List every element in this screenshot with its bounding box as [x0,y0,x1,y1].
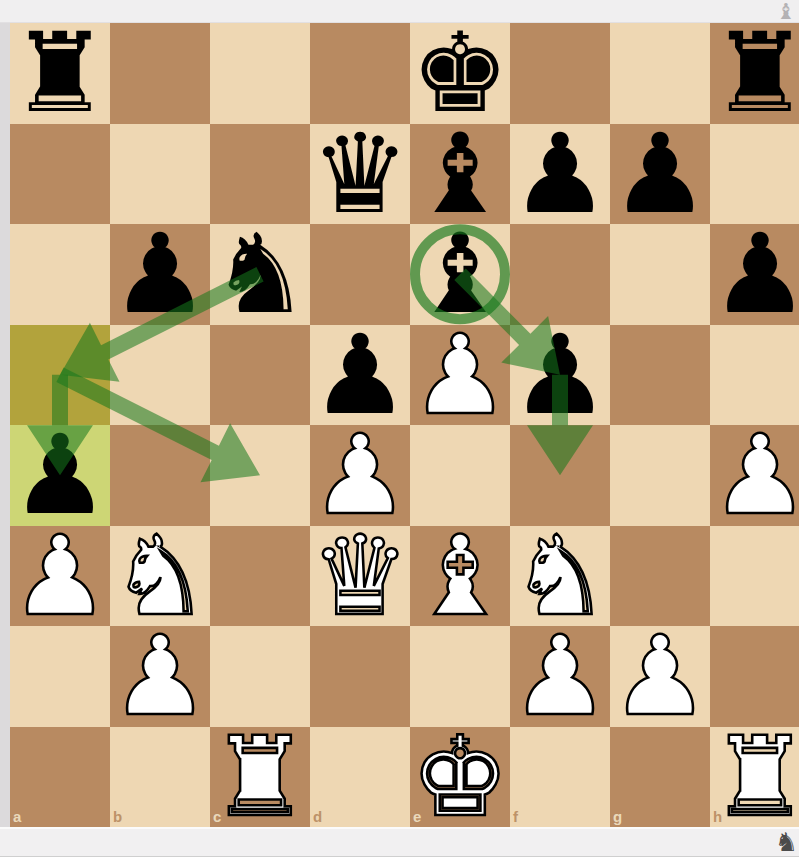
piece-black-pawn-h6[interactable]: ♟ [710,224,799,325]
square-e8[interactable]: ♚ [410,23,510,124]
bottom-bar: ♞ [0,827,799,857]
file-label-g: g [613,809,622,824]
square-a3[interactable]: ♟ [10,526,110,627]
square-d1[interactable]: d [310,727,410,828]
square-g6[interactable] [610,224,710,325]
square-a1[interactable]: a [10,727,110,828]
square-c4[interactable] [210,425,310,526]
piece-white-pawn-f2[interactable]: ♟ [510,626,610,727]
square-c3[interactable] [210,526,310,627]
square-f7[interactable]: ♟ [510,124,610,225]
square-d2[interactable] [310,626,410,727]
piece-black-pawn-f5[interactable]: ♟ [510,325,610,426]
piece-black-pawn-f7[interactable]: ♟ [510,124,610,225]
square-h1[interactable]: h♜ [710,727,799,828]
square-d5[interactable]: ♟ [310,325,410,426]
square-h8[interactable]: ♜ [710,23,799,124]
piece-white-pawn-d4[interactable]: ♟ [310,425,410,526]
square-h4[interactable]: ♟ [710,425,799,526]
piece-black-pawn-b6[interactable]: ♟ [110,224,210,325]
piece-white-knight-f3[interactable]: ♞ [510,526,610,627]
square-f4[interactable] [510,425,610,526]
square-d3[interactable]: ♛ [310,526,410,627]
piece-black-rook-a8[interactable]: ♜ [10,23,110,124]
square-g3[interactable] [610,526,710,627]
square-b3[interactable]: ♞ [110,526,210,627]
piece-white-pawn-b2[interactable]: ♟ [110,626,210,727]
square-h6[interactable]: ♟ [710,224,799,325]
square-a7[interactable] [10,124,110,225]
square-e3[interactable]: ♝ [410,526,510,627]
file-label-b: b [113,809,122,824]
square-b6[interactable]: ♟ [110,224,210,325]
square-g4[interactable] [610,425,710,526]
square-a2[interactable] [10,626,110,727]
chess-board[interactable]: ♜♚♜♛♝♟♟♟♞♝♟♟♟♟♟♟♟♟♞♛♝♞♟♟♟abc♜de♚fgh♜ [10,23,799,827]
square-h5[interactable] [710,325,799,426]
square-b4[interactable] [110,425,210,526]
square-e7[interactable]: ♝ [410,124,510,225]
square-g2[interactable]: ♟ [610,626,710,727]
piece-black-pawn-g7[interactable]: ♟ [610,124,710,225]
square-a6[interactable] [10,224,110,325]
bishop-icon: ♝ [776,1,796,22]
square-e6[interactable]: ♝ [410,224,510,325]
file-label-a: a [13,809,21,824]
piece-white-pawn-a3[interactable]: ♟ [10,526,110,627]
square-h3[interactable] [710,526,799,627]
piece-black-rook-h8[interactable]: ♜ [710,23,799,124]
square-c5[interactable] [210,325,310,426]
piece-black-king-e8[interactable]: ♚ [410,23,510,124]
square-c2[interactable] [210,626,310,727]
piece-black-queen-d7[interactable]: ♛ [310,124,410,225]
file-label-d: d [313,809,322,824]
piece-white-queen-d3[interactable]: ♛ [310,526,410,627]
top-bar: ♝ [0,0,799,23]
piece-white-pawn-h4[interactable]: ♟ [710,425,799,526]
square-c1[interactable]: c♜ [210,727,310,828]
square-h2[interactable] [710,626,799,727]
piece-white-bishop-e3[interactable]: ♝ [410,526,510,627]
square-b5[interactable] [110,325,210,426]
square-f5[interactable]: ♟ [510,325,610,426]
square-c8[interactable] [210,23,310,124]
square-g7[interactable]: ♟ [610,124,710,225]
square-h7[interactable] [710,124,799,225]
square-d8[interactable] [310,23,410,124]
square-f1[interactable]: f [510,727,610,828]
piece-white-knight-b3[interactable]: ♞ [110,526,210,627]
square-f2[interactable]: ♟ [510,626,610,727]
piece-white-king-e1[interactable]: ♚ [410,727,510,828]
piece-black-pawn-d5[interactable]: ♟ [310,325,410,426]
piece-black-bishop-e7[interactable]: ♝ [410,124,510,225]
piece-white-pawn-e5[interactable]: ♟ [410,325,510,426]
square-e1[interactable]: e♚ [410,727,510,828]
file-label-f: f [513,809,518,824]
square-c7[interactable] [210,124,310,225]
piece-black-pawn-a4[interactable]: ♟ [10,425,110,526]
square-g5[interactable] [610,325,710,426]
square-a5[interactable] [10,325,110,426]
square-b8[interactable] [110,23,210,124]
square-d7[interactable]: ♛ [310,124,410,225]
square-f8[interactable] [510,23,610,124]
piece-white-pawn-g2[interactable]: ♟ [610,626,710,727]
square-g1[interactable]: g [610,727,710,828]
square-b1[interactable]: b [110,727,210,828]
square-a4[interactable]: ♟ [10,425,110,526]
square-c6[interactable]: ♞ [210,224,310,325]
square-f3[interactable]: ♞ [510,526,610,627]
square-f6[interactable] [510,224,610,325]
square-e5[interactable]: ♟ [410,325,510,426]
square-e2[interactable] [410,626,510,727]
square-a8[interactable]: ♜ [10,23,110,124]
square-e4[interactable] [410,425,510,526]
square-d6[interactable] [310,224,410,325]
piece-black-knight-c6[interactable]: ♞ [210,224,310,325]
piece-white-rook-h1[interactable]: ♜ [710,727,799,828]
square-g8[interactable] [610,23,710,124]
square-b7[interactable] [110,124,210,225]
square-b2[interactable]: ♟ [110,626,210,727]
knight-icon: ♞ [775,830,798,855]
piece-black-bishop-e6[interactable]: ♝ [410,224,510,325]
piece-white-rook-c1[interactable]: ♜ [210,727,310,828]
square-d4[interactable]: ♟ [310,425,410,526]
